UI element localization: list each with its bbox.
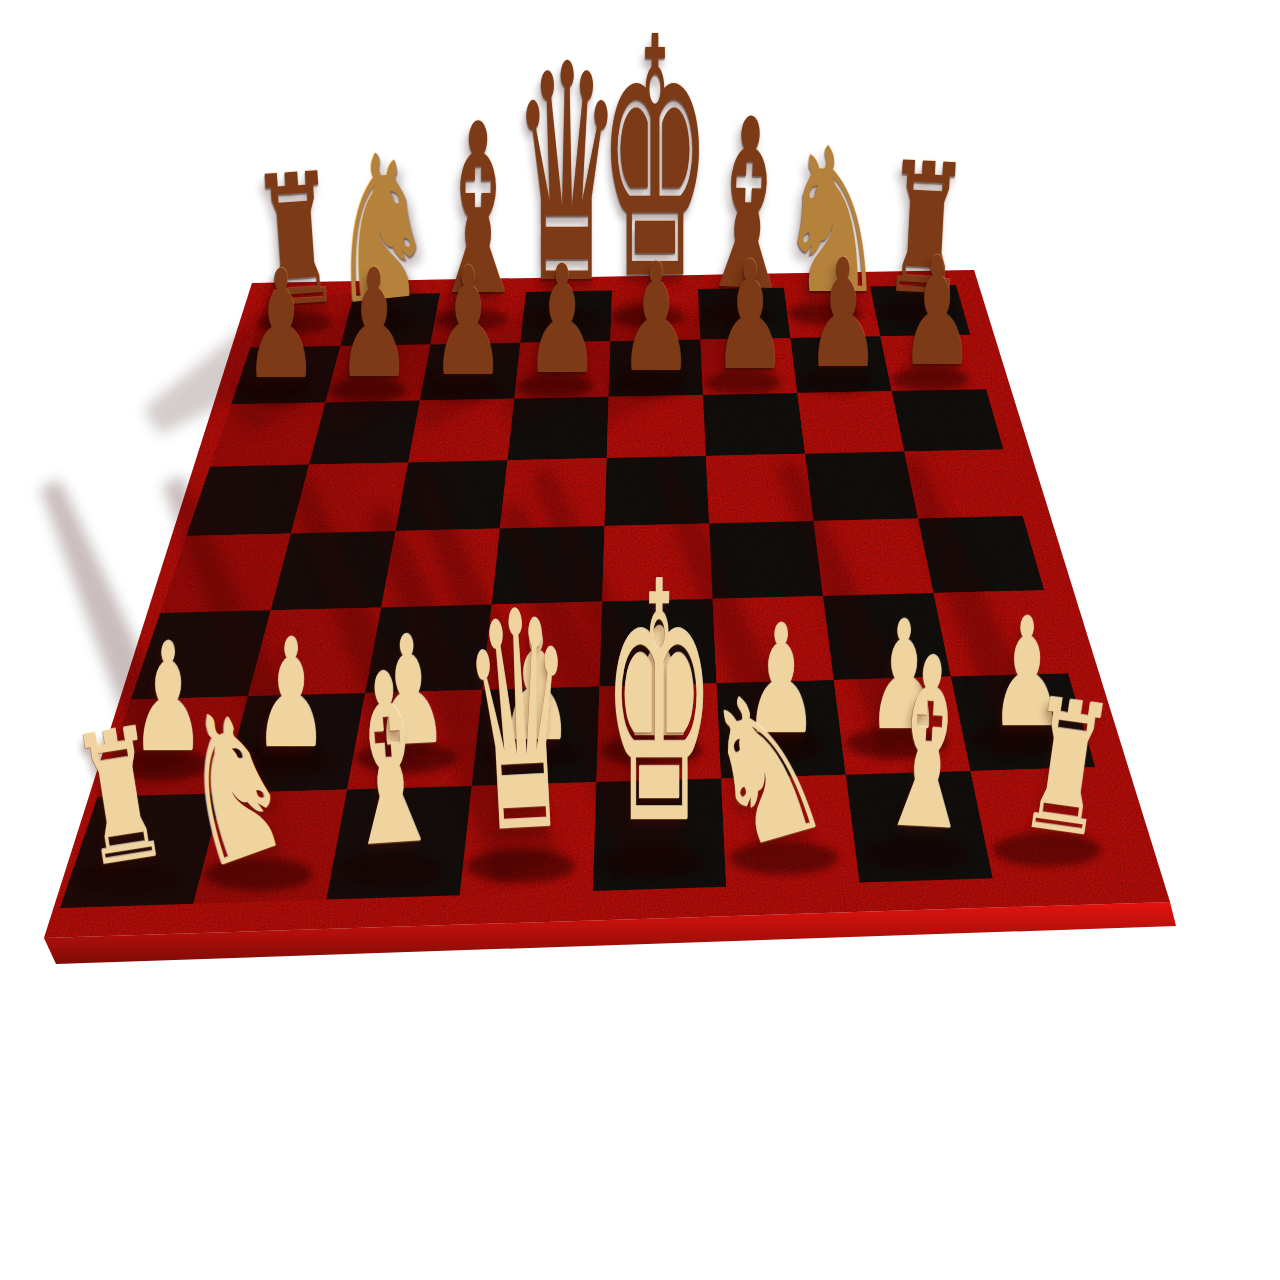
piece-contact-shadow: [788, 302, 862, 325]
piece-contact-shadow: [892, 367, 969, 391]
piece-contact-shadow: [700, 304, 774, 327]
piece-contact-shadow: [516, 375, 593, 399]
piece-contact-shadow: [598, 845, 706, 878]
chess-board: [0, 0, 1280, 1280]
piece-contact-shadow: [478, 738, 579, 769]
photo-scene: ♜♞♝♛♚♝♞♜♟♟♟♟♟♟♟♟♟♟♟♟♟♟♟♟♜♞♝♛♚♞♝♜: [0, 0, 1280, 1280]
piece-contact-shadow: [258, 311, 332, 334]
piece-contact-shadow: [523, 307, 597, 330]
piece-contact-shadow: [798, 369, 875, 393]
piece-contact-shadow: [877, 301, 951, 324]
piece-contact-shadow: [601, 735, 702, 766]
piece-contact-shadow: [723, 731, 824, 762]
piece-contact-shadow: [611, 305, 685, 328]
piece-contact-shadow: [846, 727, 947, 758]
piece-contact-shadow: [969, 724, 1070, 755]
piece-contact-shadow: [73, 862, 181, 895]
piece-contact-shadow: [422, 377, 499, 401]
piece-contact-shadow: [346, 310, 420, 333]
piece-contact-shadow: [356, 742, 457, 773]
piece-contact-shadow: [235, 380, 312, 404]
piece-contact-shadow: [730, 841, 838, 874]
piece-contact-shadow: [861, 837, 969, 870]
piece-contact-shadow: [110, 749, 211, 780]
piece-contact-shadow: [335, 854, 443, 887]
piece-contact-shadow: [704, 371, 781, 395]
piece-contact-shadow: [993, 833, 1101, 866]
piece-contact-shadow: [233, 745, 334, 776]
piece-contact-shadow: [610, 373, 687, 397]
piece-contact-shadow: [329, 378, 406, 402]
piece-contact-shadow: [467, 849, 575, 882]
piece-contact-shadow: [434, 308, 508, 331]
piece-contact-shadow: [204, 858, 312, 891]
